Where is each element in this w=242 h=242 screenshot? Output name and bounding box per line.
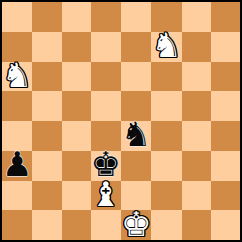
square-d2[interactable]: ♝ — [91, 181, 121, 211]
square-h6[interactable] — [211, 62, 240, 92]
square-h4[interactable] — [211, 121, 240, 151]
square-f3[interactable] — [151, 151, 181, 181]
square-e6[interactable] — [121, 62, 151, 92]
square-f6[interactable] — [151, 62, 181, 92]
square-c7[interactable] — [62, 32, 91, 62]
square-a1[interactable] — [2, 210, 32, 240]
square-g5[interactable] — [182, 91, 211, 121]
square-d8[interactable] — [91, 2, 121, 32]
square-f1[interactable] — [151, 210, 181, 240]
square-b8[interactable] — [32, 2, 61, 32]
white-knight-piece: ♞ — [2, 61, 32, 90]
square-b2[interactable] — [32, 181, 61, 211]
square-b1[interactable] — [32, 210, 61, 240]
white-king-piece: ♚ — [121, 210, 151, 239]
white-bishop-piece: ♝ — [91, 180, 121, 209]
square-a6[interactable]: ♞ — [2, 62, 32, 92]
square-a8[interactable] — [2, 2, 32, 32]
square-g4[interactable] — [182, 121, 211, 151]
square-f7[interactable]: ♞ — [151, 32, 181, 62]
square-a2[interactable] — [2, 181, 32, 211]
square-b5[interactable] — [32, 91, 61, 121]
square-d7[interactable] — [91, 32, 121, 62]
square-c3[interactable] — [62, 151, 91, 181]
square-b4[interactable] — [32, 121, 61, 151]
square-h3[interactable] — [211, 151, 240, 181]
square-g8[interactable] — [182, 2, 211, 32]
square-d6[interactable] — [91, 62, 121, 92]
chess-board: ♞♞♞♟♚♝♚ — [2, 2, 240, 240]
square-g1[interactable] — [182, 210, 211, 240]
square-e7[interactable] — [121, 32, 151, 62]
square-g7[interactable] — [182, 32, 211, 62]
square-h2[interactable] — [211, 181, 240, 211]
square-e4[interactable]: ♞ — [121, 121, 151, 151]
square-f2[interactable] — [151, 181, 181, 211]
black-pawn-piece: ♟ — [2, 150, 32, 179]
square-f5[interactable] — [151, 91, 181, 121]
square-h8[interactable] — [211, 2, 240, 32]
square-g2[interactable] — [182, 181, 211, 211]
square-h7[interactable] — [211, 32, 240, 62]
square-e1[interactable]: ♚ — [121, 210, 151, 240]
square-g3[interactable] — [182, 151, 211, 181]
square-b3[interactable] — [32, 151, 61, 181]
chess-board-frame: ♞♞♞♟♚♝♚ — [0, 0, 242, 242]
square-b6[interactable] — [32, 62, 61, 92]
square-d1[interactable] — [91, 210, 121, 240]
square-c4[interactable] — [62, 121, 91, 151]
square-b7[interactable] — [32, 32, 61, 62]
square-a5[interactable] — [2, 91, 32, 121]
square-c2[interactable] — [62, 181, 91, 211]
square-c6[interactable] — [62, 62, 91, 92]
black-knight-piece: ♞ — [121, 120, 151, 149]
square-d5[interactable] — [91, 91, 121, 121]
square-e3[interactable] — [121, 151, 151, 181]
square-c1[interactable] — [62, 210, 91, 240]
white-knight-piece: ♞ — [151, 31, 181, 60]
square-c8[interactable] — [62, 2, 91, 32]
square-g6[interactable] — [182, 62, 211, 92]
square-c5[interactable] — [62, 91, 91, 121]
square-a3[interactable]: ♟ — [2, 151, 32, 181]
square-e8[interactable] — [121, 2, 151, 32]
square-h1[interactable] — [211, 210, 240, 240]
square-f4[interactable] — [151, 121, 181, 151]
square-h5[interactable] — [211, 91, 240, 121]
